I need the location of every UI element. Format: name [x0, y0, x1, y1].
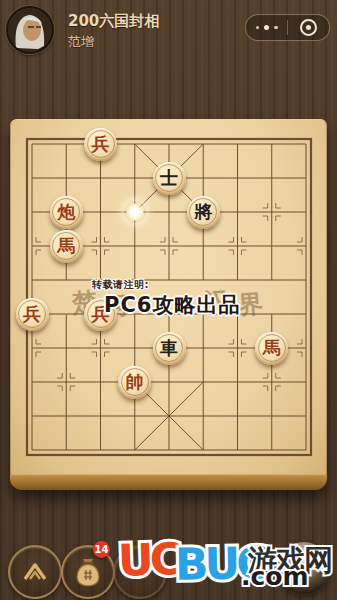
- share-sphere-button[interactable]: [278, 542, 330, 594]
- piece-character: 炮: [57, 203, 75, 221]
- piece-black-將[interactable]: 將: [187, 196, 220, 229]
- player-avatar: [6, 6, 54, 54]
- watermark-note: 转载请注明:: [92, 278, 149, 292]
- more-icon: [264, 25, 269, 30]
- piece-character: 帥: [126, 373, 144, 391]
- app-screen: 200六国封相 范增 楚 河 汉 界 兵士炮將馬兵兵車馬帥 转载请注明: PC6…: [0, 0, 337, 600]
- chevron-up-icon: [21, 561, 49, 583]
- piece-black-車[interactable]: 車: [153, 332, 186, 365]
- exit-button[interactable]: [288, 15, 329, 40]
- piece-black-士[interactable]: 士: [153, 162, 186, 195]
- more-icon: [256, 26, 260, 30]
- miniprogram-capsule: [245, 14, 330, 41]
- piece-character: 兵: [23, 305, 41, 323]
- board-front-edge: [10, 474, 327, 490]
- header-text: 200六国封相 范增: [68, 12, 159, 50]
- logo-bug: BUGBUG: [175, 537, 269, 590]
- piece-red-帥[interactable]: 帥: [118, 366, 151, 399]
- money-bag-icon: [72, 556, 104, 588]
- watermark-brand: PC6攻略出品: [104, 291, 240, 319]
- piece-red-兵[interactable]: 兵: [84, 128, 117, 161]
- level-title: 200六国封相: [68, 12, 159, 31]
- piece-character: 將: [194, 203, 212, 221]
- collapse-menu-button[interactable]: [8, 545, 62, 599]
- exit-icon: [300, 19, 317, 36]
- old-man-portrait: [8, 8, 52, 52]
- piece-character: 車: [160, 339, 178, 357]
- piece-red-炮[interactable]: 炮: [50, 196, 83, 229]
- more-icon: [274, 26, 278, 30]
- help-button[interactable]: [113, 545, 167, 599]
- piece-character: 士: [160, 169, 178, 187]
- piece-character: 兵: [92, 135, 110, 153]
- piece-red-兵[interactable]: 兵: [16, 298, 49, 331]
- piece-red-馬[interactable]: 馬: [50, 230, 83, 263]
- piece-character: 馬: [263, 339, 281, 357]
- opponent-name: 范增: [68, 34, 159, 50]
- piece-red-馬[interactable]: 馬: [255, 332, 288, 365]
- piece-character: 馬: [57, 237, 75, 255]
- hint-count-badge: 14: [93, 541, 110, 558]
- more-button[interactable]: [246, 15, 287, 40]
